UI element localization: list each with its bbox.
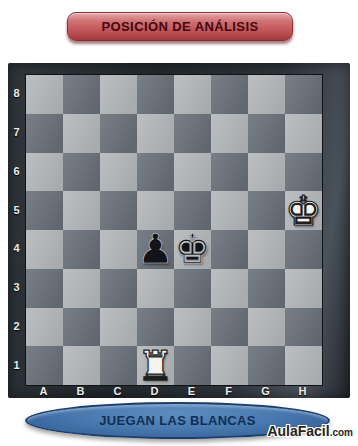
square-b4 — [63, 230, 100, 269]
file-labels: ABCDEFGH — [25, 384, 321, 398]
rank-label-8: 8 — [8, 74, 25, 113]
square-e6 — [174, 153, 211, 192]
square-f7 — [211, 114, 248, 153]
square-b5 — [63, 191, 100, 230]
square-h3 — [285, 269, 322, 308]
rank-label-3: 3 — [8, 268, 25, 307]
square-d6 — [137, 153, 174, 192]
chess-board: 87654321 ♚♟♚♜ ABCDEFGH — [8, 63, 350, 398]
file-label-e: E — [173, 384, 210, 398]
square-e5 — [174, 191, 211, 230]
square-h6 — [285, 153, 322, 192]
square-d8 — [137, 75, 174, 114]
square-f3 — [211, 269, 248, 308]
square-h4 — [285, 230, 322, 269]
square-d3 — [137, 269, 174, 308]
rank-label-7: 7 — [8, 113, 25, 152]
square-b7 — [63, 114, 100, 153]
file-label-d: D — [136, 384, 173, 398]
square-b6 — [63, 153, 100, 192]
square-e2 — [174, 308, 211, 347]
square-b1 — [63, 346, 100, 385]
aulafacil-logo-main: AulaFacil — [267, 423, 329, 439]
square-f5 — [211, 191, 248, 230]
file-label-a: A — [25, 384, 62, 398]
square-f6 — [211, 153, 248, 192]
square-a8 — [26, 75, 63, 114]
rank-label-2: 2 — [8, 307, 25, 346]
square-h2 — [285, 308, 322, 347]
file-label-b: B — [62, 384, 99, 398]
square-g2 — [248, 308, 285, 347]
rank-label-4: 4 — [8, 229, 25, 268]
square-e7 — [174, 114, 211, 153]
square-f8 — [211, 75, 248, 114]
square-d7 — [137, 114, 174, 153]
analysis-position-label: POSICIÓN DE ANÁLISIS — [101, 19, 258, 34]
white-to-move-label: JUEGAN LAS BLANCAS — [99, 413, 255, 428]
rank-label-1: 1 — [8, 345, 25, 384]
square-a2 — [26, 308, 63, 347]
square-e4: ♚ — [174, 230, 211, 269]
square-c5 — [100, 191, 137, 230]
file-label-c: C — [99, 384, 136, 398]
square-e1 — [174, 346, 211, 385]
file-label-g: G — [247, 384, 284, 398]
square-d4: ♟ — [137, 230, 174, 269]
square-c2 — [100, 308, 137, 347]
black-pawn: ♟ — [137, 230, 174, 268]
square-g4 — [248, 230, 285, 269]
square-g7 — [248, 114, 285, 153]
square-g6 — [248, 153, 285, 192]
square-a1 — [26, 346, 63, 385]
square-d2 — [137, 308, 174, 347]
square-g3 — [248, 269, 285, 308]
square-c8 — [100, 75, 137, 114]
file-label-h: H — [284, 384, 321, 398]
square-e3 — [174, 269, 211, 308]
aulafacil-logo-suffix: .com — [330, 427, 353, 438]
square-d5 — [137, 191, 174, 230]
square-h1 — [285, 346, 322, 385]
square-h7 — [285, 114, 322, 153]
square-f4 — [211, 230, 248, 269]
square-b8 — [63, 75, 100, 114]
square-a7 — [26, 114, 63, 153]
square-e8 — [174, 75, 211, 114]
square-a3 — [26, 269, 63, 308]
file-label-f: F — [210, 384, 247, 398]
rank-label-5: 5 — [8, 190, 25, 229]
square-g1 — [248, 346, 285, 385]
square-c1 — [100, 346, 137, 385]
square-c6 — [100, 153, 137, 192]
square-c7 — [100, 114, 137, 153]
board-grid: ♚♟♚♜ — [25, 74, 323, 386]
square-c3 — [100, 269, 137, 308]
square-a6 — [26, 153, 63, 192]
square-g5 — [248, 191, 285, 230]
square-f1 — [211, 346, 248, 385]
square-h5: ♚ — [285, 191, 322, 230]
analysis-position-banner: POSICIÓN DE ANÁLISIS — [67, 12, 293, 41]
white-rook: ♜ — [137, 347, 174, 385]
white-king: ♚ — [285, 192, 322, 230]
aulafacil-logo: AulaFacil.com — [267, 424, 353, 440]
square-b2 — [63, 308, 100, 347]
square-c4 — [100, 230, 137, 269]
square-a5 — [26, 191, 63, 230]
rank-label-6: 6 — [8, 152, 25, 191]
square-f2 — [211, 308, 248, 347]
square-d1: ♜ — [137, 346, 174, 385]
square-g8 — [248, 75, 285, 114]
square-b3 — [63, 269, 100, 308]
black-king: ♚ — [174, 230, 211, 268]
square-a4 — [26, 230, 63, 269]
rank-labels: 87654321 — [8, 74, 25, 384]
square-h8 — [285, 75, 322, 114]
